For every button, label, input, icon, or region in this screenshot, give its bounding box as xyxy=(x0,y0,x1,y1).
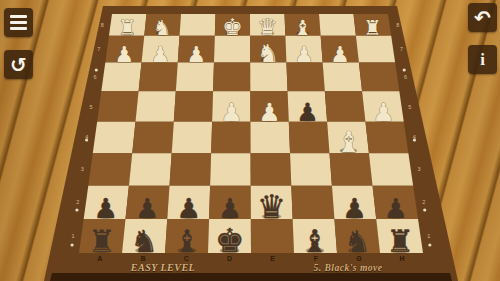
square-b3[interactable] xyxy=(129,153,172,185)
square-a6[interactable] xyxy=(101,63,141,92)
rank-label-left-3: 3 xyxy=(81,166,84,172)
piece-white-pawn-g7[interactable]: ♟ xyxy=(330,42,350,67)
rail-screw-dot xyxy=(413,138,416,141)
menu-button[interactable] xyxy=(4,8,33,37)
square-d6[interactable] xyxy=(213,63,250,92)
rail-screw-dot xyxy=(95,68,98,71)
rotate-button[interactable]: ↺ xyxy=(4,50,33,79)
square-c5[interactable] xyxy=(174,91,213,121)
square-b4[interactable] xyxy=(132,122,174,154)
piece-white-bishop-g4[interactable]: ♝ xyxy=(335,125,361,159)
rank-label-right-8: 8 xyxy=(396,22,399,28)
rank-label-right-7: 7 xyxy=(400,46,403,52)
rank-label-left-8: 8 xyxy=(101,22,104,28)
piece-white-pawn-c7[interactable]: ♟ xyxy=(186,42,206,67)
square-a5[interactable] xyxy=(97,91,138,121)
square-c3[interactable] xyxy=(170,153,212,185)
piece-black-rook-h1[interactable]: ♜ xyxy=(386,223,414,259)
piece-black-pawn-h2[interactable]: ♟ xyxy=(384,193,408,224)
piece-white-rook-h8[interactable]: ♜ xyxy=(363,16,382,40)
undo-icon: ↶ xyxy=(474,8,491,28)
square-h3[interactable] xyxy=(369,153,413,185)
info-icon: i xyxy=(480,51,485,68)
rank-label-left-1: 1 xyxy=(72,233,75,239)
piece-black-pawn-f5[interactable]: ♟ xyxy=(296,98,318,127)
rail-screw-dot xyxy=(403,68,406,71)
rank-label-left-2: 2 xyxy=(76,199,79,205)
piece-black-king-d1[interactable]: ♚ xyxy=(215,221,244,260)
square-f3[interactable] xyxy=(290,153,332,185)
square-c4[interactable] xyxy=(172,122,212,154)
rank-label-right-2: 2 xyxy=(422,199,425,205)
rail-screw-dot xyxy=(428,243,431,246)
square-h6[interactable] xyxy=(359,63,399,92)
piece-black-pawn-a2[interactable]: ♟ xyxy=(94,193,118,224)
piece-white-pawn-f7[interactable]: ♟ xyxy=(294,42,314,67)
rank-label-left-6: 6 xyxy=(94,74,97,80)
piece-black-queen-e2[interactable]: ♛ xyxy=(257,188,286,226)
menu-icon xyxy=(10,15,27,30)
square-a4[interactable] xyxy=(93,122,136,154)
square-g8[interactable] xyxy=(319,14,356,36)
piece-white-king-d8[interactable]: ♚ xyxy=(222,14,243,40)
move-status-label: 5. Black's move xyxy=(283,263,413,273)
undo-button[interactable]: ↶ xyxy=(468,3,497,32)
piece-white-queen-e8[interactable]: ♛ xyxy=(257,14,278,40)
rail-screw-dot xyxy=(71,243,74,246)
square-b5[interactable] xyxy=(135,91,175,121)
square-f6[interactable] xyxy=(286,63,324,92)
piece-white-pawn-d5[interactable]: ♟ xyxy=(220,98,242,127)
rank-label-left-7: 7 xyxy=(97,46,100,52)
square-g6[interactable] xyxy=(323,63,362,92)
piece-black-pawn-c2[interactable]: ♟ xyxy=(176,193,200,224)
piece-white-pawn-e5[interactable]: ♟ xyxy=(258,98,280,127)
chess-board[interactable]: ABCDEFGH8877665544332211♜♞♚♛♝♜♟♟♟♞♟♟♟♟♟♟… xyxy=(0,0,500,281)
rank-label-left-5: 5 xyxy=(89,104,92,110)
piece-black-knight-g1[interactable]: ♞ xyxy=(344,223,372,259)
rank-label-right-6: 6 xyxy=(404,74,407,80)
square-b6[interactable] xyxy=(139,63,178,92)
rank-label-right-5: 5 xyxy=(408,104,411,110)
square-a3[interactable] xyxy=(88,153,132,185)
rail-screw-dot xyxy=(85,138,88,141)
piece-black-knight-b1[interactable]: ♞ xyxy=(131,223,159,259)
rail-screw-dot xyxy=(75,208,78,211)
square-d3[interactable] xyxy=(210,153,251,185)
difficulty-label: EASY LEVEL xyxy=(93,262,233,273)
file-label-e: E xyxy=(270,255,275,262)
square-c6[interactable] xyxy=(176,63,214,92)
square-g5[interactable] xyxy=(325,91,366,121)
piece-black-rook-a1[interactable]: ♜ xyxy=(88,223,116,259)
piece-white-knight-b8[interactable]: ♞ xyxy=(153,16,172,40)
info-button[interactable]: i xyxy=(468,45,497,74)
piece-black-bishop-c1[interactable]: ♝ xyxy=(173,223,201,259)
square-c8[interactable] xyxy=(180,14,216,36)
piece-white-pawn-b7[interactable]: ♟ xyxy=(151,42,171,67)
rotate-icon: ↺ xyxy=(10,55,27,75)
chess-app-screen: ABCDEFGH8877665544332211♜♞♚♛♝♜♟♟♟♞♟♟♟♟♟♟… xyxy=(0,0,500,281)
piece-white-knight-e7[interactable]: ♞ xyxy=(257,39,279,68)
rank-label-right-1: 1 xyxy=(427,233,430,239)
piece-white-pawn-h5[interactable]: ♟ xyxy=(372,98,394,127)
board-frame-edge xyxy=(50,273,452,281)
square-e3[interactable] xyxy=(251,153,292,185)
square-f2[interactable] xyxy=(291,186,334,219)
piece-black-pawn-b2[interactable]: ♟ xyxy=(135,193,159,224)
piece-white-bishop-f8[interactable]: ♝ xyxy=(293,16,312,40)
piece-white-pawn-a7[interactable]: ♟ xyxy=(115,42,135,67)
rail-screw-dot xyxy=(423,208,426,211)
piece-black-pawn-d2[interactable]: ♟ xyxy=(218,193,242,224)
piece-black-pawn-g2[interactable]: ♟ xyxy=(342,193,366,224)
piece-white-rook-a8[interactable]: ♜ xyxy=(118,16,137,40)
piece-black-bishop-f1[interactable]: ♝ xyxy=(301,223,329,259)
rank-label-right-3: 3 xyxy=(418,166,421,172)
